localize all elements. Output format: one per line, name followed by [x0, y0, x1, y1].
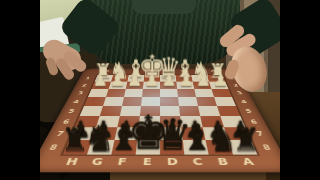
right-hand: [218, 30, 280, 102]
piece-wP-g2: ♟: [109, 72, 124, 89]
file-label-d: D: [165, 70, 170, 73]
piece-wP-c2: ♟: [178, 72, 193, 89]
left-hand: [40, 38, 110, 94]
piece-bK-e8: ♚: [127, 109, 169, 156]
file-label-g: G: [119, 70, 124, 73]
file-label-c: C: [180, 70, 185, 73]
file-label-e: E: [150, 70, 154, 73]
video-frame: HHGGFFEEDDCCBBAA1122334455667788 ♜♞♝♚♛♝♞…: [0, 0, 320, 180]
file-label-a: A: [210, 70, 215, 73]
file-label-b: B: [195, 70, 200, 73]
piece-wP-b2: ♟: [195, 72, 210, 89]
file-label-f: F: [135, 70, 139, 73]
piece-wP-e2: ♟: [144, 72, 159, 89]
piece-wP-f2: ♟: [127, 72, 142, 89]
photo-content: HHGGFFEEDDCCBBAA1122334455667788 ♜♞♝♚♛♝♞…: [40, 0, 280, 180]
piece-wP-d2: ♟: [161, 72, 176, 89]
